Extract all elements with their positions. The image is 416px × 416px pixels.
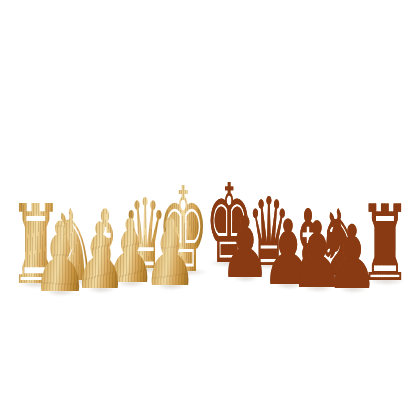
light-pawn-piece: ♟	[142, 207, 197, 300]
chess-set-photo: ♜♞♝♛♚♟♟♟♟♚♛♝♞♜♟♟♟♟	[0, 0, 416, 416]
light-pawn-piece: ♟	[31, 210, 88, 307]
dark-pawn-piece: ♟	[326, 214, 378, 302]
